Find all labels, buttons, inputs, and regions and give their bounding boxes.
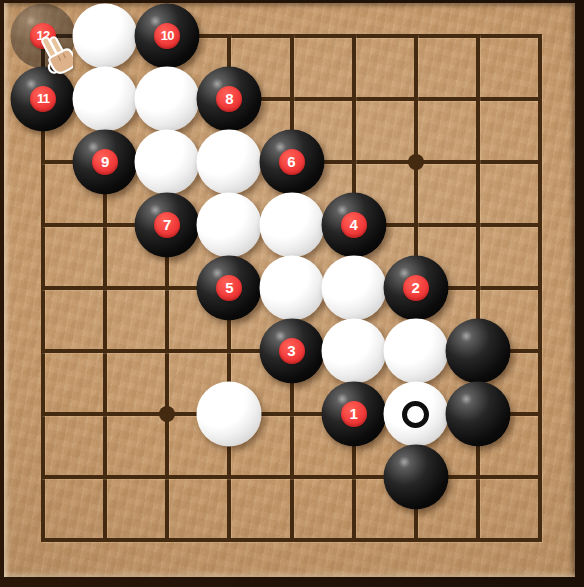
stone-white xyxy=(197,130,262,195)
stone-white xyxy=(321,256,386,321)
stone-white xyxy=(259,193,324,258)
move-number-badge: 9 xyxy=(92,149,118,175)
move-number-badge: 8 xyxy=(216,86,242,112)
tap-hand-icon xyxy=(31,33,73,82)
grid-line-horizontal xyxy=(41,538,542,542)
stone-white xyxy=(73,67,138,132)
stone-black xyxy=(445,382,510,447)
star-point xyxy=(408,154,424,170)
move-number-badge: 10 xyxy=(154,23,180,49)
stone-white xyxy=(135,67,200,132)
stone-white xyxy=(383,382,448,447)
stone-black xyxy=(383,445,448,510)
grid-line-vertical xyxy=(538,34,542,542)
move-number-badge: 1 xyxy=(341,401,367,427)
grid-line-vertical xyxy=(476,34,480,542)
stone-white xyxy=(135,130,200,195)
stone-white xyxy=(73,4,138,69)
move-number-badge: 11 xyxy=(30,86,56,112)
stone-white xyxy=(259,256,324,321)
go-app-screen: 121011896745231 xyxy=(0,0,584,587)
grid-line-horizontal xyxy=(41,475,542,479)
move-number-badge: 7 xyxy=(154,212,180,238)
stone-white xyxy=(197,382,262,447)
move-number-badge: 3 xyxy=(279,338,305,364)
stone-white xyxy=(383,319,448,384)
move-number-badge: 5 xyxy=(216,275,242,301)
move-number-badge: 2 xyxy=(403,275,429,301)
move-number-badge: 6 xyxy=(279,149,305,175)
stone-black xyxy=(445,319,510,384)
stone-white xyxy=(321,319,386,384)
stone-white xyxy=(197,193,262,258)
star-point xyxy=(159,406,175,422)
last-move-circle-marker xyxy=(402,401,429,428)
move-number-badge: 4 xyxy=(341,212,367,238)
